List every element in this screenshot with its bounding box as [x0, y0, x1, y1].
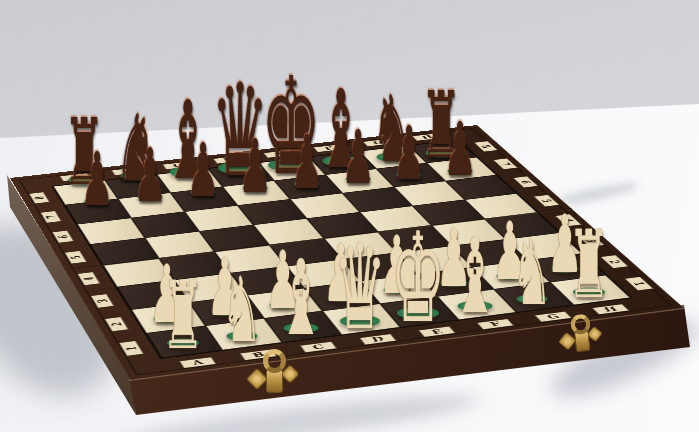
- rank-label-right-6: 6: [513, 176, 538, 188]
- rank-label-left-8: 8: [29, 192, 50, 204]
- photo-stage: AABBCCDDEEFFGGHH1122334455667788 ♜♞♝♛♚♝♞…: [0, 0, 699, 432]
- rank-label-left-5: 5: [64, 251, 87, 264]
- rook-glyph: ♜: [162, 269, 204, 363]
- knight-glyph: ♞: [512, 227, 552, 317]
- rank-label-left-3: 3: [90, 294, 114, 308]
- rank-label-right-1: 1: [624, 277, 653, 291]
- pawn-glyph: ♟: [342, 120, 375, 194]
- rook-glyph: ♜: [568, 217, 610, 311]
- rank-label-left-7: 7: [40, 211, 62, 223]
- rank-label-left-4: 4: [77, 272, 100, 286]
- rank-label-right-7: 7: [493, 158, 518, 169]
- pawn-glyph: ♟: [290, 125, 323, 199]
- pawn-glyph: ♟: [238, 129, 271, 203]
- bishop-glyph: ♝: [452, 224, 499, 328]
- rank-label-left-2: 2: [104, 317, 128, 332]
- rank-label-right-8: 8: [474, 141, 498, 152]
- pawn-glyph: ♟: [393, 116, 426, 190]
- pawn-glyph: ♟: [133, 138, 166, 212]
- knight-glyph: ♞: [222, 264, 262, 354]
- king-glyph: ♚: [390, 216, 446, 340]
- pawn-glyph: ♟: [80, 142, 113, 216]
- pawn-glyph: ♟: [444, 112, 477, 186]
- rank-label-left-6: 6: [52, 230, 74, 243]
- queen-glyph: ♛: [333, 228, 386, 346]
- bishop-glyph: ♝: [278, 246, 325, 350]
- pawn-glyph: ♟: [186, 133, 219, 207]
- rank-label-left-1: 1: [119, 341, 144, 356]
